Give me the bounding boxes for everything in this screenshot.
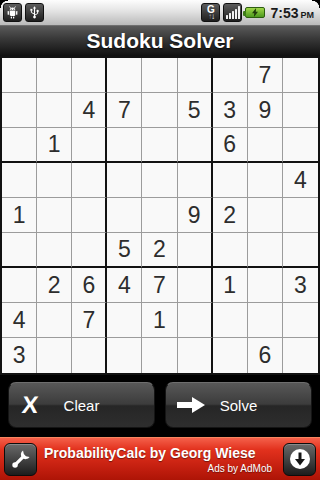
sudoku-cell-r7c6[interactable]: [178, 268, 213, 303]
sudoku-cell-r5c7[interactable]: 2: [213, 198, 248, 233]
sudoku-cell-r2c9[interactable]: [283, 93, 318, 128]
sudoku-cell-r6c2[interactable]: [37, 233, 72, 268]
sudoku-cell-r3c3[interactable]: [72, 128, 107, 163]
sudoku-cell-r4c9[interactable]: 4: [283, 163, 318, 198]
sudoku-cell-r3c4[interactable]: [107, 128, 142, 163]
sudoku-cell-r6c4[interactable]: 5: [107, 233, 142, 268]
sudoku-cell-r1c5[interactable]: [142, 58, 177, 93]
solve-button[interactable]: Solve: [165, 382, 312, 428]
sudoku-cell-r5c6[interactable]: 9: [178, 198, 213, 233]
sudoku-cell-r2c4[interactable]: 7: [107, 93, 142, 128]
sudoku-cell-r4c8[interactable]: [248, 163, 283, 198]
sudoku-cell-r3c9[interactable]: [283, 128, 318, 163]
sudoku-cell-r3c5[interactable]: [142, 128, 177, 163]
sudoku-cell-r8c5[interactable]: 1: [142, 303, 177, 338]
sudoku-cell-r9c9[interactable]: [283, 338, 318, 373]
sudoku-cell-r6c8[interactable]: [248, 233, 283, 268]
sudoku-cell-r3c2[interactable]: 1: [37, 128, 72, 163]
clear-x-icon: X: [21, 393, 40, 417]
sudoku-cell-r7c3[interactable]: 6: [72, 268, 107, 303]
sudoku-cell-r7c4[interactable]: 4: [107, 268, 142, 303]
sudoku-cell-r2c1[interactable]: [2, 93, 37, 128]
sudoku-cell-r7c1[interactable]: [2, 268, 37, 303]
sudoku-cell-r9c4[interactable]: [107, 338, 142, 373]
status-icons-right: G ↑↓ 7:53 PM: [201, 3, 317, 22]
solve-button-label: Solve: [220, 397, 258, 414]
wrench-icon: [4, 443, 37, 476]
sudoku-cell-r1c8[interactable]: 7: [248, 58, 283, 93]
app-title: Sudoku Solver: [86, 29, 233, 53]
sudoku-cell-r1c6[interactable]: [178, 58, 213, 93]
sudoku-cell-r4c7[interactable]: [213, 163, 248, 198]
sudoku-cell-r3c6[interactable]: [178, 128, 213, 163]
sudoku-cell-r9c5[interactable]: [142, 338, 177, 373]
sudoku-cell-r2c8[interactable]: 9: [248, 93, 283, 128]
sudoku-cell-r8c3[interactable]: 7: [72, 303, 107, 338]
sudoku-cell-r5c4[interactable]: [107, 198, 142, 233]
sudoku-cell-r9c3[interactable]: [72, 338, 107, 373]
clear-button[interactable]: X Clear: [8, 382, 155, 428]
clock: 7:53 PM: [270, 5, 314, 21]
ad-banner[interactable]: ProbabilityCalc by Georg Wiese Ads by Ad…: [0, 437, 320, 480]
sudoku-cell-r6c6[interactable]: [178, 233, 213, 268]
sudoku-cell-r2c2[interactable]: [37, 93, 72, 128]
sudoku-cell-r4c6[interactable]: [178, 163, 213, 198]
screen-corner: [0, 0, 8, 8]
sudoku-cell-r4c3[interactable]: [72, 163, 107, 198]
sudoku-cell-r8c9[interactable]: [283, 303, 318, 338]
sudoku-cell-r9c1[interactable]: 3: [2, 338, 37, 373]
ad-title: ProbabilityCalc by Georg Wiese: [44, 445, 276, 461]
sudoku-cell-r7c7[interactable]: 1: [213, 268, 248, 303]
sudoku-cell-r8c7[interactable]: [213, 303, 248, 338]
sudoku-cell-r5c5[interactable]: [142, 198, 177, 233]
sudoku-cell-r6c1[interactable]: [2, 233, 37, 268]
sudoku-cell-r9c6[interactable]: [178, 338, 213, 373]
gprs-data-icon: G ↑↓: [201, 3, 220, 22]
sudoku-cell-r3c1[interactable]: [2, 128, 37, 163]
sudoku-cell-r7c5[interactable]: 7: [142, 268, 177, 303]
sudoku-cell-r6c5[interactable]: 2: [142, 233, 177, 268]
clock-period: PM: [301, 10, 315, 20]
sudoku-cell-r6c3[interactable]: [72, 233, 107, 268]
status-bar: G ↑↓ 7:53 PM: [0, 0, 320, 25]
sudoku-cell-r2c5[interactable]: [142, 93, 177, 128]
title-bar: Sudoku Solver: [0, 25, 320, 56]
sudoku-cell-r4c1[interactable]: [2, 163, 37, 198]
sudoku-cell-r5c3[interactable]: [72, 198, 107, 233]
ad-attribution: Ads by AdMob: [44, 463, 276, 474]
sudoku-cell-r2c7[interactable]: 3: [213, 93, 248, 128]
sudoku-cell-r7c8[interactable]: [248, 268, 283, 303]
sudoku-cell-r8c8[interactable]: [248, 303, 283, 338]
signal-strength-icon: [223, 3, 242, 22]
sudoku-cell-r8c1[interactable]: 4: [2, 303, 37, 338]
sudoku-cell-r9c2[interactable]: [37, 338, 72, 373]
sudoku-cell-r7c2[interactable]: 2: [37, 268, 72, 303]
sudoku-cell-r4c2[interactable]: [37, 163, 72, 198]
sudoku-cell-r6c7[interactable]: [213, 233, 248, 268]
ad-text: ProbabilityCalc by Georg Wiese Ads by Ad…: [44, 445, 276, 474]
button-bar: X Clear Solve: [0, 375, 320, 437]
sudoku-cell-r5c8[interactable]: [248, 198, 283, 233]
clear-button-label: Clear: [64, 397, 100, 414]
sudoku-cell-r8c6[interactable]: [178, 303, 213, 338]
status-icons-left: [3, 3, 44, 22]
sudoku-cell-r9c8[interactable]: 6: [248, 338, 283, 373]
sudoku-cell-r4c5[interactable]: [142, 163, 177, 198]
battery-charging-icon: [245, 7, 265, 18]
sudoku-cell-r8c2[interactable]: [37, 303, 72, 338]
sudoku-cell-r1c1[interactable]: [2, 58, 37, 93]
sudoku-cell-r1c9[interactable]: [283, 58, 318, 93]
sudoku-cell-r6c9[interactable]: [283, 233, 318, 268]
sudoku-cell-r1c4[interactable]: [107, 58, 142, 93]
sudoku-cell-r5c1[interactable]: 1: [2, 198, 37, 233]
screen-corner: [312, 0, 320, 8]
sudoku-cell-r3c8[interactable]: [248, 128, 283, 163]
sudoku-cell-r9c7[interactable]: [213, 338, 248, 373]
download-button[interactable]: [283, 443, 316, 476]
sudoku-cell-r1c2[interactable]: [37, 58, 72, 93]
sudoku-cell-r2c6[interactable]: 5: [178, 93, 213, 128]
sudoku-cell-r8c4[interactable]: [107, 303, 142, 338]
sudoku-cell-r5c9[interactable]: [283, 198, 318, 233]
phone-screen: G ↑↓ 7:53 PM Sudoku Solver 7475391641925…: [0, 0, 320, 480]
usb-icon: [25, 3, 44, 22]
data-arrows-icon: ↑↓: [208, 13, 214, 21]
sudoku-board: 7475391641925226471347136: [0, 56, 320, 375]
sudoku-cell-r7c9[interactable]: 3: [283, 268, 318, 303]
clock-time: 7:53: [270, 5, 298, 21]
solve-arrow-icon: [177, 397, 205, 413]
sudoku-cell-r2c3[interactable]: 4: [72, 93, 107, 128]
sudoku-cell-r4c4[interactable]: [107, 163, 142, 198]
sudoku-cell-r1c7[interactable]: [213, 58, 248, 93]
sudoku-cell-r3c7[interactable]: 6: [213, 128, 248, 163]
sudoku-cell-r1c3[interactable]: [72, 58, 107, 93]
sudoku-cell-r5c2[interactable]: [37, 198, 72, 233]
